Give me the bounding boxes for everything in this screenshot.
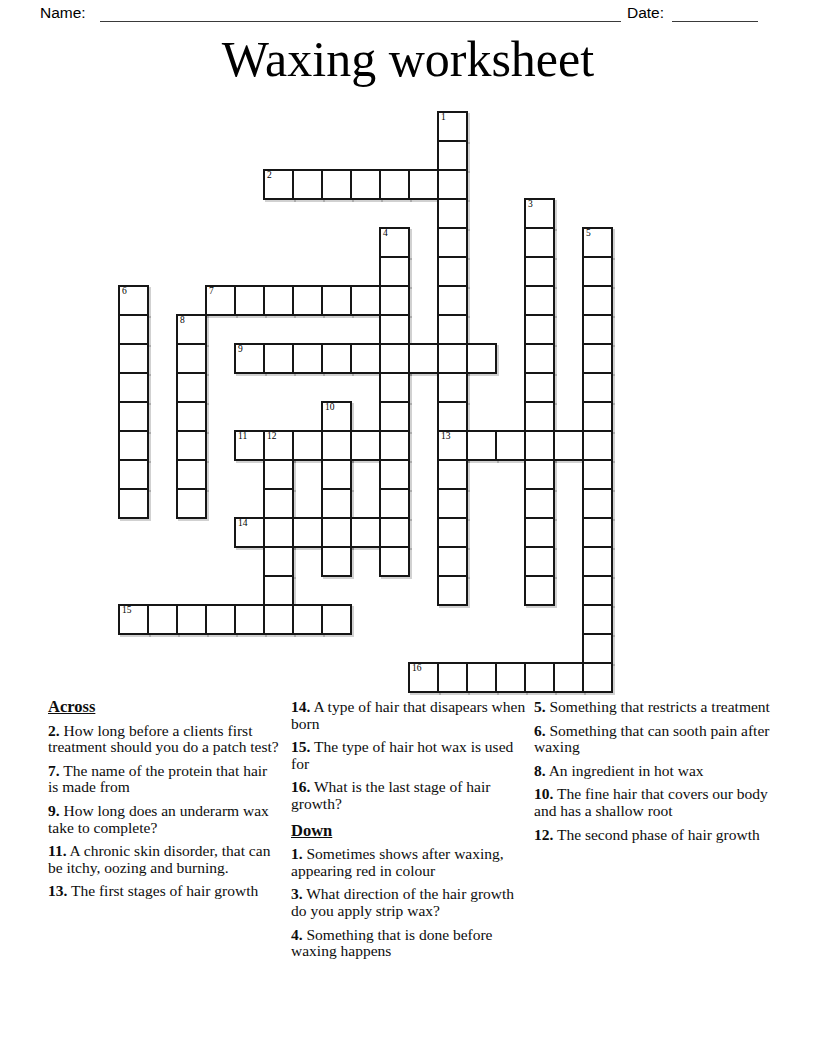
grid-cell[interactable] — [437, 575, 468, 606]
grid-cell[interactable] — [437, 285, 468, 316]
grid-cell[interactable] — [234, 285, 265, 316]
grid-cell[interactable] — [321, 459, 352, 490]
grid-cell[interactable] — [437, 459, 468, 490]
clue-across-9: 9. How long does an underarm wax take to… — [48, 803, 280, 836]
grid-cell[interactable]: 8 — [176, 314, 207, 345]
grid-cell[interactable] — [176, 488, 207, 519]
clue-number: 3 — [528, 199, 533, 210]
clue-number: 11 — [238, 431, 247, 442]
grid-cell[interactable] — [118, 314, 149, 345]
grid-cell[interactable] — [321, 488, 352, 519]
grid-cell[interactable] — [263, 575, 294, 606]
grid-cell[interactable] — [321, 546, 352, 577]
grid-cell[interactable] — [437, 227, 468, 258]
grid-cell[interactable] — [524, 285, 555, 316]
grid-cell[interactable]: 3 — [524, 198, 555, 229]
grid-cell[interactable] — [582, 401, 613, 432]
clue-number: 12 — [267, 431, 277, 442]
clue-column-2: 14. A type of hair that disapears when b… — [291, 699, 531, 967]
grid-cell[interactable] — [582, 343, 613, 374]
grid-cell[interactable]: 10 — [321, 401, 352, 432]
grid-cell[interactable] — [524, 343, 555, 374]
grid-cell[interactable] — [582, 285, 613, 316]
clue-down-4: 4. Something that is done before waxing … — [291, 927, 531, 960]
grid-cell[interactable]: 2 — [263, 169, 294, 200]
clue-number-label: 11. — [48, 842, 67, 859]
clue-number: 16 — [412, 663, 422, 674]
grid-cell[interactable]: 16 — [408, 662, 439, 693]
grid-cell[interactable] — [118, 488, 149, 519]
grid-cell[interactable] — [582, 517, 613, 548]
grid-cell[interactable] — [176, 430, 207, 461]
grid-cell[interactable] — [582, 662, 613, 693]
grid-cell[interactable] — [437, 546, 468, 577]
clue-number-label: 2. — [48, 722, 60, 739]
grid-cell[interactable] — [582, 575, 613, 606]
grid-cell[interactable] — [350, 285, 381, 316]
grid-cell[interactable] — [321, 517, 352, 548]
grid-cell[interactable] — [176, 372, 207, 403]
grid-cell[interactable] — [176, 401, 207, 432]
clue-number: 2 — [267, 170, 272, 181]
grid-cell[interactable] — [437, 314, 468, 345]
grid-cell[interactable] — [292, 343, 323, 374]
grid-cell[interactable] — [582, 459, 613, 490]
clue-number: 7 — [209, 286, 214, 297]
grid-cell[interactable] — [321, 430, 352, 461]
clue-number-label: 10. — [534, 785, 553, 802]
clue-column-3: 5. Something that restricts a treatment6… — [534, 699, 784, 850]
grid-cell[interactable] — [118, 430, 149, 461]
grid-cell[interactable] — [118, 372, 149, 403]
clue-down-5: 5. Something that restricts a treatment — [534, 699, 784, 716]
grid-cell[interactable] — [553, 430, 584, 461]
grid-cell[interactable] — [379, 459, 410, 490]
date-blank-line — [672, 21, 758, 22]
grid-cell[interactable] — [205, 604, 236, 635]
grid-cell[interactable] — [176, 604, 207, 635]
clue-number-label: 7. — [48, 762, 60, 779]
clue-down-1: 1. Sometimes shows after waxing, appeari… — [291, 846, 531, 879]
grid-cell[interactable] — [379, 488, 410, 519]
clue-down-10: 10. The fine hair that covers our body a… — [534, 786, 784, 819]
grid-cell[interactable] — [524, 488, 555, 519]
clue-number-label: 13. — [48, 882, 67, 899]
clue-number-label: 9. — [48, 802, 60, 819]
clue-number: 4 — [383, 228, 388, 239]
clue-number-label: 16. — [291, 778, 310, 795]
grid-cell[interactable] — [437, 256, 468, 287]
grid-cell[interactable] — [350, 517, 381, 548]
clue-number-label: 12. — [534, 826, 553, 843]
grid-cell[interactable] — [524, 459, 555, 490]
grid-cell[interactable] — [118, 459, 149, 490]
clue-across-2: 2. How long before a clients first treat… — [48, 723, 280, 756]
grid-cell[interactable]: 1 — [437, 111, 468, 142]
grid-cell[interactable] — [495, 662, 526, 693]
grid-cell[interactable] — [466, 343, 497, 374]
grid-cell[interactable] — [379, 169, 410, 200]
clue-down-3: 3. What direction of the hair growth do … — [291, 886, 531, 919]
grid-cell[interactable] — [466, 430, 497, 461]
grid-cell[interactable] — [263, 604, 294, 635]
grid-cell[interactable] — [437, 169, 468, 200]
grid-cell[interactable] — [524, 517, 555, 548]
grid-cell[interactable] — [234, 604, 265, 635]
grid-cell[interactable] — [379, 372, 410, 403]
crossword-grid: 12345678910111213141516 — [118, 111, 611, 691]
grid-cell[interactable] — [263, 285, 294, 316]
grid-cell[interactable] — [118, 401, 149, 432]
clue-number-label: 3. — [291, 885, 303, 902]
grid-cell[interactable] — [263, 343, 294, 374]
clue-across-15: 15. The type of hair hot wax is used for — [291, 739, 531, 772]
grid-cell[interactable] — [437, 488, 468, 519]
clue-down-6: 6. Something that can sooth pain after w… — [534, 723, 784, 756]
clue-down-12: 12. The second phase of hair growth — [534, 827, 784, 844]
grid-cell[interactable]: 12 — [263, 430, 294, 461]
grid-cell[interactable] — [379, 517, 410, 548]
grid-cell[interactable] — [263, 517, 294, 548]
grid-cell[interactable] — [321, 285, 352, 316]
across-header: Across — [48, 699, 280, 716]
grid-cell[interactable] — [379, 343, 410, 374]
grid-cell[interactable] — [582, 604, 613, 635]
grid-cell[interactable] — [582, 633, 613, 664]
clue-number: 10 — [325, 402, 335, 413]
grid-cell[interactable] — [292, 169, 323, 200]
grid-cell[interactable] — [582, 430, 613, 461]
grid-cell[interactable] — [379, 546, 410, 577]
clue-number-label: 6. — [534, 722, 546, 739]
grid-cell[interactable] — [350, 343, 381, 374]
grid-cell[interactable] — [118, 343, 149, 374]
grid-cell[interactable] — [176, 459, 207, 490]
clue-across-14: 14. A type of hair that disapears when b… — [291, 699, 531, 732]
clue-number-label: 14. — [291, 698, 310, 715]
grid-cell[interactable] — [495, 430, 526, 461]
worksheet-page: Name: Date: Waxing worksheet 12345678910… — [0, 0, 816, 1056]
clue-number-label: 15. — [291, 738, 310, 755]
grid-cell[interactable] — [379, 401, 410, 432]
grid-cell[interactable] — [292, 430, 323, 461]
grid-cell[interactable] — [379, 430, 410, 461]
grid-cell[interactable] — [437, 662, 468, 693]
grid-cell[interactable] — [379, 256, 410, 287]
grid-cell[interactable] — [524, 372, 555, 403]
grid-cell[interactable] — [524, 575, 555, 606]
grid-cell[interactable] — [408, 343, 439, 374]
grid-cell[interactable]: 4 — [379, 227, 410, 258]
grid-cell[interactable]: 15 — [118, 604, 149, 635]
grid-cell[interactable] — [524, 314, 555, 345]
grid-cell[interactable] — [553, 662, 584, 693]
grid-cell[interactable] — [582, 488, 613, 519]
grid-cell[interactable] — [292, 604, 323, 635]
clue-number: 1 — [441, 112, 446, 123]
grid-cell[interactable] — [437, 517, 468, 548]
grid-cell[interactable]: 6 — [118, 285, 149, 316]
grid-cell[interactable]: 14 — [234, 517, 265, 548]
clue-across-7: 7. The name of the protein that hair is … — [48, 763, 280, 796]
grid-cell[interactable] — [321, 169, 352, 200]
grid-cell[interactable] — [437, 401, 468, 432]
date-label: Date: — [627, 4, 664, 22]
clue-number-label: 1. — [291, 845, 303, 862]
grid-cell[interactable] — [437, 343, 468, 374]
grid-cell[interactable] — [524, 401, 555, 432]
grid-cell[interactable] — [147, 604, 178, 635]
name-blank-line — [100, 21, 621, 22]
grid-cell[interactable] — [437, 198, 468, 229]
clue-number: 9 — [238, 344, 243, 355]
grid-cell[interactable]: 11 — [234, 430, 265, 461]
grid-cell[interactable] — [263, 546, 294, 577]
grid-cell[interactable] — [582, 314, 613, 345]
clue-across-16: 16. What is the last stage of hair growt… — [291, 779, 531, 812]
clue-number: 5 — [586, 228, 591, 239]
grid-cell[interactable] — [524, 662, 555, 693]
clue-across-11: 11. A chronic skin disorder, that can be… — [48, 843, 280, 876]
clue-number-label: 8. — [534, 762, 546, 779]
clue-number: 6 — [122, 286, 127, 297]
grid-cell[interactable] — [408, 169, 439, 200]
grid-cell[interactable] — [350, 430, 381, 461]
grid-cell[interactable] — [379, 285, 410, 316]
grid-cell[interactable] — [292, 285, 323, 316]
grid-cell[interactable] — [263, 459, 294, 490]
grid-cell[interactable] — [176, 343, 207, 374]
down-header: Down — [291, 823, 531, 840]
grid-cell[interactable] — [524, 430, 555, 461]
clue-number: 13 — [441, 431, 451, 442]
clue-number-label: 5. — [534, 698, 546, 715]
grid-cell[interactable] — [437, 372, 468, 403]
page-title: Waxing worksheet — [0, 31, 816, 87]
grid-cell[interactable] — [321, 343, 352, 374]
clue-down-8: 8. An ingredient in hot wax — [534, 763, 784, 780]
grid-cell[interactable] — [582, 256, 613, 287]
grid-cell[interactable] — [582, 546, 613, 577]
clue-number: 15 — [122, 605, 132, 616]
clue-number-label: 4. — [291, 926, 303, 943]
grid-cell[interactable] — [292, 517, 323, 548]
grid-cell[interactable] — [321, 604, 352, 635]
grid-cell[interactable]: 9 — [234, 343, 265, 374]
grid-cell[interactable] — [466, 662, 497, 693]
grid-cell[interactable] — [582, 372, 613, 403]
grid-cell[interactable] — [350, 169, 381, 200]
clue-column-1: Across2. How long before a clients first… — [48, 699, 280, 907]
grid-cell[interactable] — [263, 488, 294, 519]
clue-across-13: 13. The first stages of hair growth — [48, 883, 280, 900]
grid-cell[interactable]: 7 — [205, 285, 236, 316]
clue-number: 14 — [238, 518, 248, 529]
grid-cell[interactable]: 13 — [437, 430, 468, 461]
name-label: Name: — [40, 4, 86, 22]
grid-cell[interactable] — [437, 140, 468, 171]
grid-cell[interactable] — [524, 546, 555, 577]
grid-cell[interactable] — [524, 256, 555, 287]
grid-cell[interactable]: 5 — [582, 227, 613, 258]
clue-number: 8 — [180, 315, 185, 326]
grid-cell[interactable] — [379, 314, 410, 345]
grid-cell[interactable] — [524, 227, 555, 258]
